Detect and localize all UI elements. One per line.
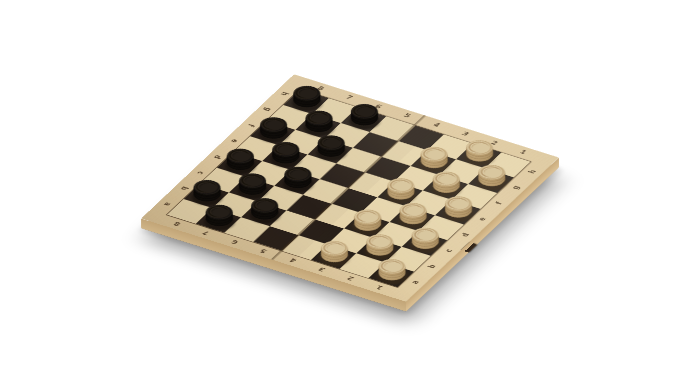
photo-stage: abcdefgh abcdefgh 87654321 87654321 ●●●●…: [0, 0, 700, 384]
playing-grid: ●●●●●●●●●●●●●●●●●●●●●●●●: [167, 89, 530, 287]
square-d6: ●: [274, 170, 319, 195]
white-checker-e3: ●: [382, 184, 418, 204]
checkers-board: abcdefgh abcdefgh 87654321 87654321 ●●●●…: [141, 74, 559, 302]
black-checker-d8: ●: [221, 154, 257, 174]
black-checker-e7: ●: [267, 148, 303, 168]
board-face: abcdefgh abcdefgh 87654321 87654321 ●●●●…: [141, 74, 559, 302]
black-checker-b6: ●: [246, 204, 282, 224]
white-checker-f2: ●: [427, 177, 463, 197]
black-checker-a7: ●: [200, 211, 236, 231]
white-checker-b2: ●: [361, 240, 397, 260]
